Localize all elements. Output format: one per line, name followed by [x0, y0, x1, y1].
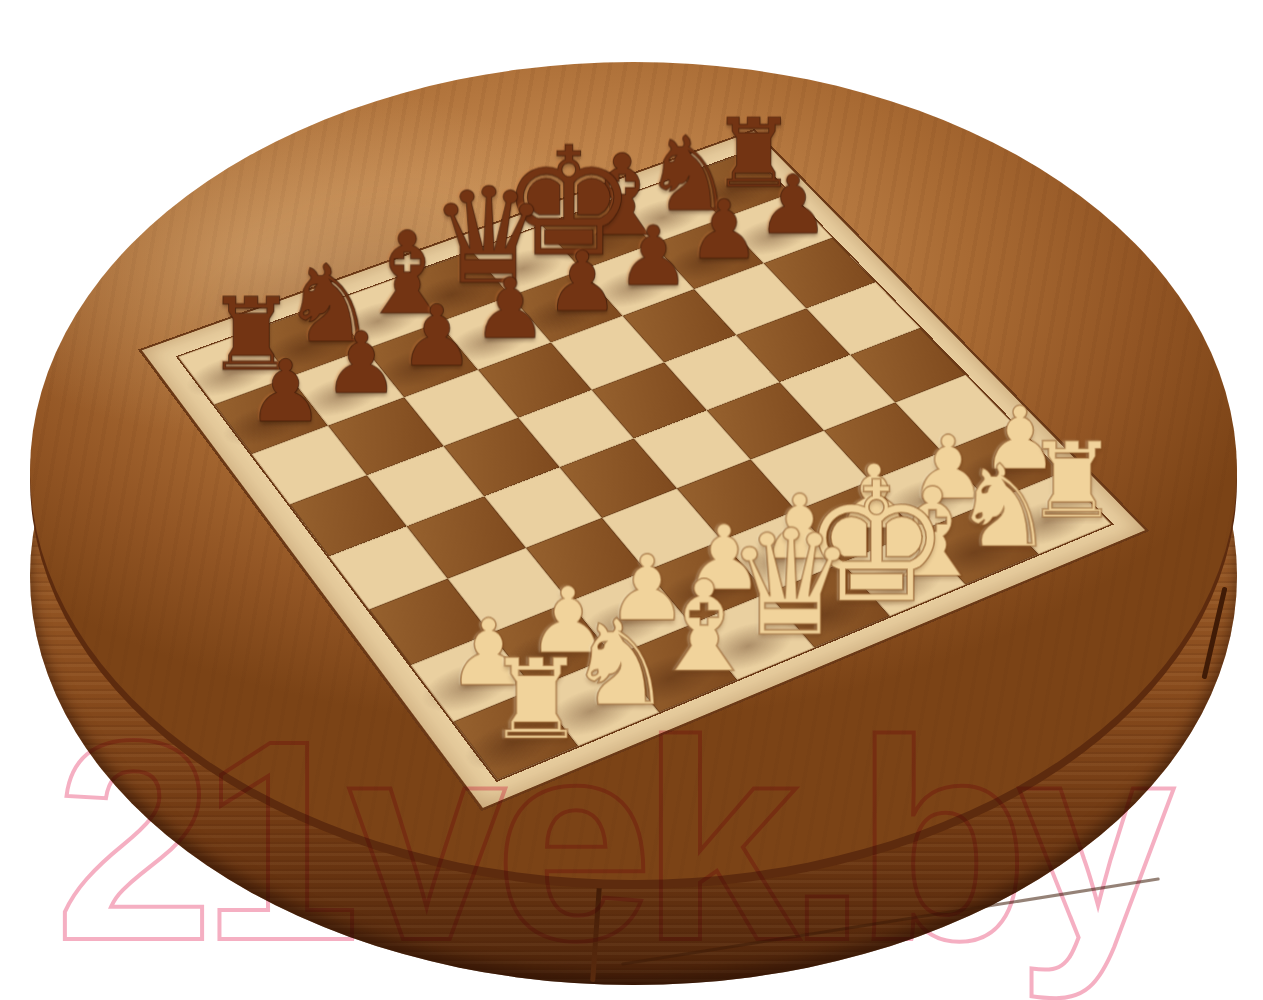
piece-black-pawn[interactable]: ♟ — [468, 266, 551, 350]
square-a4[interactable] — [329, 526, 448, 610]
piece-black-pawn[interactable]: ♟ — [394, 293, 478, 378]
piece-black-pawn[interactable]: ♟ — [319, 320, 403, 405]
piece-black-pawn[interactable]: ♟ — [612, 214, 694, 297]
piece-black-pawn[interactable]: ♟ — [243, 348, 328, 434]
board-perspective-wrap: ♜♞♝♛♚♝♞♜♟♟♟♟♟♟♟♟♟♟♟♟♟♟♟♟♜♞♝♛♚♝♞♜ — [0, 0, 1263, 1000]
product-photo-chess-set: ♜♞♝♛♚♝♞♜♟♟♟♟♟♟♟♟♟♟♟♟♟♟♟♟♜♞♝♛♚♝♞♜ 21vek.b… — [0, 0, 1263, 1000]
piece-black-pawn[interactable]: ♟ — [541, 240, 624, 323]
piece-black-pawn[interactable]: ♟ — [683, 189, 764, 271]
chess-board-grid: ♜♞♝♛♚♝♞♜♟♟♟♟♟♟♟♟♟♟♟♟♟♟♟♟♜♞♝♛♚♝♞♜ — [176, 150, 1114, 782]
piece-white-rook[interactable]: ♜ — [486, 645, 579, 756]
chess-board: ♜♞♝♛♚♝♞♜♟♟♟♟♟♟♟♟♟♟♟♟♟♟♟♟♜♞♝♛♚♝♞♜ — [138, 129, 1149, 811]
